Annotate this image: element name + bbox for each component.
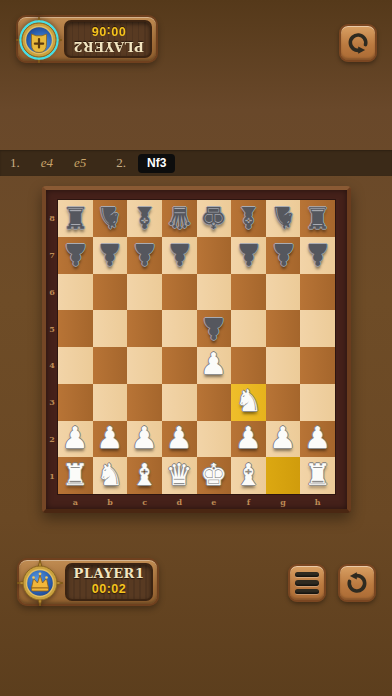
- piece-white-b-f1[interactable]: ♝: [235, 460, 262, 490]
- piece-black-p-d7[interactable]: ♟: [166, 239, 193, 269]
- square-c7[interactable]: ♟: [127, 237, 162, 274]
- square-c6[interactable]: [127, 274, 162, 311]
- square-b8[interactable]: ♞: [93, 200, 128, 237]
- piece-black-p-h7[interactable]: ♟: [304, 239, 331, 269]
- piece-black-p-a7[interactable]: ♟: [62, 239, 89, 269]
- rank-label-1: 1: [46, 457, 58, 494]
- square-f6[interactable]: [231, 274, 266, 311]
- square-a2[interactable]: ♟: [58, 421, 93, 458]
- square-c3[interactable]: [127, 384, 162, 421]
- piece-white-p-d2[interactable]: ♟: [166, 423, 193, 453]
- square-h2[interactable]: ♟: [300, 421, 335, 458]
- square-g3[interactable]: [266, 384, 301, 421]
- piece-white-p-b2[interactable]: ♟: [96, 423, 123, 453]
- move-list-bar: 1.e4e52.Nf3: [0, 150, 392, 176]
- menu-button[interactable]: [288, 564, 326, 602]
- piece-white-p-h2[interactable]: ♟: [304, 423, 331, 453]
- piece-white-n-f3[interactable]: ♞: [235, 386, 262, 416]
- move-number: 1.: [10, 155, 20, 171]
- player1-clock: 00:02: [92, 582, 126, 596]
- rank-label-8: 8: [46, 200, 58, 237]
- piece-white-p-e4[interactable]: ♟: [200, 349, 227, 379]
- square-d1[interactable]: ♛: [162, 457, 197, 494]
- player1-name: PLAYER1: [74, 567, 145, 582]
- board-squares: ♜♞♝♛♚♝♞♜♟♟♟♟♟♟♟♟♟♞♟♟♟♟♟♟♟♜♞♝♛♚♝♜: [58, 200, 335, 494]
- helmet-avatar-icon: [14, 15, 64, 65]
- square-e8[interactable]: ♚: [197, 200, 232, 237]
- square-g7[interactable]: ♟: [266, 237, 301, 274]
- rank-label-3: 3: [46, 384, 58, 421]
- square-e7[interactable]: [197, 237, 232, 274]
- square-e4[interactable]: ♟: [197, 347, 232, 384]
- piece-white-b-c1[interactable]: ♝: [131, 460, 158, 490]
- piece-black-p-f7[interactable]: ♟: [235, 239, 262, 269]
- square-h6[interactable]: [300, 274, 335, 311]
- file-label-a: a: [58, 496, 93, 508]
- square-f2[interactable]: ♟: [231, 421, 266, 458]
- piece-black-n-b8[interactable]: ♞: [96, 202, 123, 232]
- piece-white-r-h1[interactable]: ♜: [304, 460, 331, 490]
- piece-white-p-f2[interactable]: ♟: [235, 423, 262, 453]
- piece-black-q-d8[interactable]: ♛: [166, 202, 193, 232]
- piece-white-p-g2[interactable]: ♟: [270, 423, 297, 453]
- rank-label-4: 4: [46, 347, 58, 384]
- rank-label-7: 7: [46, 237, 58, 274]
- file-label-c: c: [127, 496, 162, 508]
- piece-black-n-g8[interactable]: ♞: [270, 202, 297, 232]
- square-f5[interactable]: [231, 310, 266, 347]
- piece-black-p-c7[interactable]: ♟: [131, 239, 158, 269]
- square-d3[interactable]: [162, 384, 197, 421]
- square-g6[interactable]: [266, 274, 301, 311]
- piece-white-r-a1[interactable]: ♜: [62, 460, 89, 490]
- rotate-board-button-top[interactable]: [339, 24, 377, 62]
- piece-black-p-g7[interactable]: ♟: [270, 239, 297, 269]
- move-text: e5: [74, 155, 86, 171]
- player2-clock: 00:06: [91, 24, 125, 38]
- file-label-d: d: [162, 496, 197, 508]
- rotate-icon: [346, 31, 370, 55]
- square-d7[interactable]: ♟: [162, 237, 197, 274]
- square-b4[interactable]: [93, 347, 128, 384]
- square-a5[interactable]: [58, 310, 93, 347]
- square-g5[interactable]: [266, 310, 301, 347]
- square-h1[interactable]: ♜: [300, 457, 335, 494]
- rank-labels: 87654321: [46, 200, 58, 494]
- piece-black-b-f8[interactable]: ♝: [235, 202, 262, 232]
- square-d6[interactable]: [162, 274, 197, 311]
- square-b1[interactable]: ♞: [93, 457, 128, 494]
- square-d4[interactable]: [162, 347, 197, 384]
- player2-name: PLAYER2: [73, 39, 144, 54]
- file-label-g: g: [266, 496, 301, 508]
- player1-avatar: [15, 558, 65, 608]
- square-g2[interactable]: ♟: [266, 421, 301, 458]
- piece-white-n-b1[interactable]: ♞: [96, 460, 123, 490]
- square-f1[interactable]: ♝: [231, 457, 266, 494]
- piece-black-b-c8[interactable]: ♝: [131, 202, 158, 232]
- move-number: 2.: [116, 155, 126, 171]
- chess-board: 87654321 ♜♞♝♛♚♝♞♜♟♟♟♟♟♟♟♟♟♞♟♟♟♟♟♟♟♜♞♝♛♚♝…: [42, 186, 351, 513]
- square-g4[interactable]: [266, 347, 301, 384]
- restart-button[interactable]: [338, 564, 376, 602]
- rotate-icon: [345, 571, 369, 595]
- piece-black-r-a8[interactable]: ♜: [62, 202, 89, 232]
- move-text: e4: [41, 155, 53, 171]
- square-d5[interactable]: [162, 310, 197, 347]
- player1-info-panel: PLAYER1 00:02: [65, 563, 153, 601]
- square-b6[interactable]: [93, 274, 128, 311]
- square-f7[interactable]: ♟: [231, 237, 266, 274]
- square-d2[interactable]: ♟: [162, 421, 197, 458]
- chess-app-screen: { "game": "chess", "position": { "fen": …: [0, 0, 392, 696]
- square-a4[interactable]: [58, 347, 93, 384]
- menu-icon: [295, 572, 319, 595]
- square-b5[interactable]: [93, 310, 128, 347]
- square-g1[interactable]: [266, 457, 301, 494]
- piece-white-k-e1[interactable]: ♚: [200, 460, 227, 490]
- square-a7[interactable]: ♟: [58, 237, 93, 274]
- piece-black-p-e5[interactable]: ♟: [200, 313, 227, 343]
- piece-black-r-h8[interactable]: ♜: [304, 202, 331, 232]
- square-f4[interactable]: [231, 347, 266, 384]
- square-h7[interactable]: ♟: [300, 237, 335, 274]
- file-label-h: h: [300, 496, 335, 508]
- player2-avatar: [14, 15, 64, 65]
- square-c1[interactable]: ♝: [127, 457, 162, 494]
- square-a8[interactable]: ♜: [58, 200, 93, 237]
- square-h4[interactable]: [300, 347, 335, 384]
- square-a6[interactable]: [58, 274, 93, 311]
- piece-white-q-d1[interactable]: ♛: [166, 460, 193, 490]
- square-d8[interactable]: ♛: [162, 200, 197, 237]
- square-e5[interactable]: ♟: [197, 310, 232, 347]
- square-b7[interactable]: ♟: [93, 237, 128, 274]
- rank-label-6: 6: [46, 274, 58, 311]
- square-h5[interactable]: [300, 310, 335, 347]
- square-a3[interactable]: [58, 384, 93, 421]
- piece-black-k-e8[interactable]: ♚: [200, 202, 227, 232]
- piece-black-p-b7[interactable]: ♟: [96, 239, 123, 269]
- player1-panel: PLAYER1 00:02: [17, 558, 159, 606]
- piece-white-p-a2[interactable]: ♟: [62, 423, 89, 453]
- file-label-f: f: [231, 496, 266, 508]
- file-labels: abcdefgh: [58, 496, 335, 508]
- player2-panel: PLAYER2 00:06: [16, 15, 158, 63]
- square-e6[interactable]: [197, 274, 232, 311]
- rank-label-5: 5: [46, 310, 58, 347]
- square-c2[interactable]: ♟: [127, 421, 162, 458]
- square-c5[interactable]: [127, 310, 162, 347]
- square-b2[interactable]: ♟: [93, 421, 128, 458]
- square-h8[interactable]: ♜: [300, 200, 335, 237]
- square-f8[interactable]: ♝: [231, 200, 266, 237]
- player2-info-panel: PLAYER2 00:06: [64, 20, 152, 58]
- square-g8[interactable]: ♞: [266, 200, 301, 237]
- square-f3[interactable]: ♞: [231, 384, 266, 421]
- crown-avatar-icon: [15, 558, 65, 608]
- square-c8[interactable]: ♝: [127, 200, 162, 237]
- file-label-b: b: [93, 496, 128, 508]
- square-a1[interactable]: ♜: [58, 457, 93, 494]
- current-move-badge: Nf3: [138, 154, 175, 173]
- piece-white-p-c2[interactable]: ♟: [131, 423, 158, 453]
- square-b3[interactable]: [93, 384, 128, 421]
- rank-label-2: 2: [46, 421, 58, 458]
- square-e3[interactable]: [197, 384, 232, 421]
- square-e1[interactable]: ♚: [197, 457, 232, 494]
- square-h3[interactable]: [300, 384, 335, 421]
- square-e2[interactable]: [197, 421, 232, 458]
- square-c4[interactable]: [127, 347, 162, 384]
- file-label-e: e: [197, 496, 232, 508]
